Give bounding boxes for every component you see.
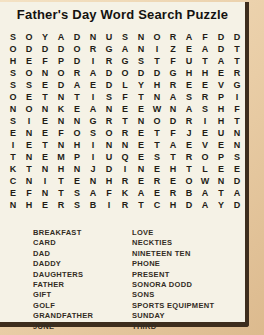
grid-cell-r10c13[interactable]: V xyxy=(197,139,213,151)
grid-cell-r15c5[interactable]: S xyxy=(69,199,85,211)
grid-cell-r10c6[interactable]: I xyxy=(85,139,101,151)
grid-cell-r14c11[interactable]: R xyxy=(165,187,181,199)
grid-cell-r5c12[interactable]: E xyxy=(181,79,197,91)
grid-cell-r7c9[interactable]: E xyxy=(133,103,149,115)
grid-cell-r8c15[interactable]: T xyxy=(229,115,245,127)
grid-cell-r13c6[interactable]: N xyxy=(85,175,101,187)
word-list-item: GRANDFATHER xyxy=(33,311,93,321)
grid-cell-r8c11[interactable]: D xyxy=(165,115,181,127)
grid-cell-r7c5[interactable]: E xyxy=(69,103,85,115)
grid-cell-r7c3[interactable]: N xyxy=(37,103,53,115)
grid-cell-r5c14[interactable]: V xyxy=(213,79,229,91)
grid-cell-r1c3[interactable]: Y xyxy=(37,31,53,43)
grid-cell-r12c14[interactable]: E xyxy=(213,163,229,175)
grid-cell-r14c7[interactable]: F xyxy=(101,187,117,199)
grid-cell-r4c2[interactable]: O xyxy=(21,67,37,79)
grid-cell-r12c12[interactable]: T xyxy=(181,163,197,175)
grid-cell-r11c6[interactable]: I xyxy=(85,151,101,163)
grid-cell-r13c4[interactable]: T xyxy=(53,175,69,187)
grid-cell-r2c5[interactable]: O xyxy=(69,43,85,55)
grid-cell-r1c10[interactable]: O xyxy=(149,31,165,43)
word-list-item: SONS xyxy=(132,290,214,300)
grid-cell-r13c5[interactable]: E xyxy=(69,175,85,187)
grid-cell-r15c14[interactable]: Y xyxy=(213,199,229,211)
grid-cell-r4c11[interactable]: G xyxy=(165,67,181,79)
grid-cell-r12c8[interactable]: I xyxy=(117,163,133,175)
grid-cell-r11c11[interactable]: T xyxy=(165,151,181,163)
grid-cell-r6c14[interactable]: P xyxy=(213,91,229,103)
grid-cell-r14c4[interactable]: T xyxy=(53,187,69,199)
word-list-item: SONORA DODD xyxy=(132,280,214,290)
grid-cell-r12c11[interactable]: H xyxy=(165,163,181,175)
grid-cell-r13c10[interactable]: R xyxy=(149,175,165,187)
grid-cell-r8c3[interactable]: E xyxy=(37,115,53,127)
grid-cell-r14c5[interactable]: S xyxy=(69,187,85,199)
grid-cell-r10c8[interactable]: N xyxy=(117,139,133,151)
word-list-item: DAD xyxy=(33,249,93,259)
grid-cell-r4c8[interactable]: O xyxy=(117,67,133,79)
grid-cell-r5c1[interactable]: S xyxy=(5,79,21,91)
grid-cell-r5c10[interactable]: H xyxy=(149,79,165,91)
grid-cell-r4c4[interactable]: O xyxy=(53,67,69,79)
grid-cell-r4c1[interactable]: S xyxy=(5,67,21,79)
grid-cell-r1c9[interactable]: N xyxy=(133,31,149,43)
grid-cell-r2c4[interactable]: D xyxy=(53,43,69,55)
grid-cell-r4c14[interactable]: E xyxy=(213,67,229,79)
grid-cell-r7c12[interactable]: A xyxy=(181,103,197,115)
photo-frame: Father's Day Word Search Puzzle SOYADNUS… xyxy=(0,0,264,335)
grid-cell-r9c1[interactable]: E xyxy=(5,127,21,139)
grid-cell-r6c6[interactable]: I xyxy=(85,91,101,103)
grid-cell-r9c5[interactable]: O xyxy=(69,127,85,139)
grid-cell-r6c9[interactable]: T xyxy=(133,91,149,103)
grid-cell-r3c15[interactable]: T xyxy=(229,55,245,67)
grid-cell-r7c15[interactable]: F xyxy=(229,103,245,115)
grid-cell-r12c3[interactable]: N xyxy=(37,163,53,175)
grid-cell-r9c11[interactable]: F xyxy=(165,127,181,139)
grid-cell-r14c9[interactable]: A xyxy=(133,187,149,199)
grid-cell-r4c12[interactable]: H xyxy=(181,67,197,79)
grid-cell-r1c8[interactable]: S xyxy=(117,31,133,43)
grid-cell-r15c9[interactable]: T xyxy=(133,199,149,211)
grid-cell-r11c14[interactable]: P xyxy=(213,151,229,163)
grid-cell-r9c10[interactable]: T xyxy=(149,127,165,139)
grid-cell-r4c7[interactable]: D xyxy=(101,67,117,79)
grid-cell-r11c1[interactable]: T xyxy=(5,151,21,163)
word-list-item: DAUGHTERS xyxy=(33,270,93,280)
grid-cell-r13c7[interactable]: H xyxy=(101,175,117,187)
grid-cell-r11c7[interactable]: U xyxy=(101,151,117,163)
grid-cell-r5c8[interactable]: L xyxy=(117,79,133,91)
grid-cell-r7c13[interactable]: S xyxy=(197,103,213,115)
grid-cell-r14c3[interactable]: N xyxy=(37,187,53,199)
grid-cell-r14c1[interactable]: E xyxy=(5,187,21,199)
grid-cell-r11c4[interactable]: M xyxy=(53,151,69,163)
grid-cell-r3c4[interactable]: P xyxy=(53,55,69,67)
grid-cell-r4c5[interactable]: R xyxy=(69,67,85,79)
word-list-item: PRESENT xyxy=(132,270,214,280)
grid-cell-r2c12[interactable]: E xyxy=(181,43,197,55)
grid-cell-r12c7[interactable]: D xyxy=(101,163,117,175)
grid-cell-r7c8[interactable]: E xyxy=(117,103,133,115)
grid-cell-r10c15[interactable]: N xyxy=(229,139,245,151)
grid-cell-r2c11[interactable]: Z xyxy=(165,43,181,55)
grid-cell-r15c8[interactable]: R xyxy=(117,199,133,211)
grid-cell-r14c10[interactable]: E xyxy=(149,187,165,199)
word-list-column-2: LOVENECKTIESNINETEEN TENPHONEPRESENTSONO… xyxy=(132,228,214,332)
grid-cell-r11c15[interactable]: S xyxy=(229,151,245,163)
grid-cell-r9c2[interactable]: N xyxy=(21,127,37,139)
grid-cell-r12c1[interactable]: K xyxy=(5,163,21,175)
grid-cell-r2c1[interactable]: O xyxy=(5,43,21,55)
grid-cell-r7c11[interactable]: N xyxy=(165,103,181,115)
grid-cell-r3c12[interactable]: U xyxy=(181,55,197,67)
grid-cell-r13c14[interactable]: N xyxy=(213,175,229,187)
grid-cell-r12c13[interactable]: L xyxy=(197,163,213,175)
word-list-item: SUNDAY xyxy=(132,311,214,321)
grid-cell-r6c4[interactable]: N xyxy=(53,91,69,103)
grid-cell-r2c8[interactable]: A xyxy=(117,43,133,55)
grid-cell-r6c7[interactable]: S xyxy=(101,91,117,103)
grid-cell-r11c3[interactable]: E xyxy=(37,151,53,163)
grid-cell-r9c3[interactable]: E xyxy=(37,127,53,139)
grid-cell-r1c7[interactable]: U xyxy=(101,31,117,43)
grid-cell-r4c3[interactable]: N xyxy=(37,67,53,79)
grid-cell-r14c8[interactable]: K xyxy=(117,187,133,199)
grid-cell-r11c9[interactable]: E xyxy=(133,151,149,163)
word-list-item: JUNE xyxy=(33,322,93,332)
grid-cell-r5c13[interactable]: E xyxy=(197,79,213,91)
grid-cell-r11c13[interactable]: O xyxy=(197,151,213,163)
grid-cell-r14c15[interactable]: A xyxy=(229,187,245,199)
grid-cell-r8c10[interactable]: O xyxy=(149,115,165,127)
grid-cell-r8c1[interactable]: S xyxy=(5,115,21,127)
grid-cell-r7c10[interactable]: W xyxy=(149,103,165,115)
grid-cell-r6c5[interactable]: T xyxy=(69,91,85,103)
grid-cell-r11c12[interactable]: R xyxy=(181,151,197,163)
grid-cell-r3c3[interactable]: F xyxy=(37,55,53,67)
grid-cell-r7c7[interactable]: N xyxy=(101,103,117,115)
grid-cell-r15c7[interactable]: I xyxy=(101,199,117,211)
grid-cell-r12c2[interactable]: T xyxy=(21,163,37,175)
grid-cell-r6c1[interactable]: O xyxy=(5,91,21,103)
grid-cell-r12c5[interactable]: N xyxy=(69,163,85,175)
grid-cell-r12c9[interactable]: N xyxy=(133,163,149,175)
grid-cell-r8c5[interactable]: N xyxy=(69,115,85,127)
grid-cell-r3c2[interactable]: E xyxy=(21,55,37,67)
grid-cell-r2c14[interactable]: D xyxy=(213,43,229,55)
grid-cell-r15c10[interactable]: C xyxy=(149,199,165,211)
word-list-item: FATHER xyxy=(33,280,93,290)
grid-cell-r1c2[interactable]: O xyxy=(21,31,37,43)
grid-cell-r9c13[interactable]: E xyxy=(197,127,213,139)
grid-cell-r6c12[interactable]: S xyxy=(181,91,197,103)
grid-cell-r10c12[interactable]: E xyxy=(181,139,197,151)
word-list: BREAKFASTCARDDADDADDYDAUGHTERSFATHERGIFT… xyxy=(0,228,245,322)
word-list-column-1: BREAKFASTCARDDADDADDYDAUGHTERSFATHERGIFT… xyxy=(33,228,93,332)
grid-cell-r9c9[interactable]: E xyxy=(133,127,149,139)
grid-cell-r8c9[interactable]: N xyxy=(133,115,149,127)
grid-cell-r9c14[interactable]: U xyxy=(213,127,229,139)
grid-cell-r1c4[interactable]: A xyxy=(53,31,69,43)
grid-cell-r6c13[interactable]: R xyxy=(197,91,213,103)
grid-cell-r3c7[interactable]: R xyxy=(101,55,117,67)
grid-cell-r2c9[interactable]: N xyxy=(133,43,149,55)
grid-cell-r5c15[interactable]: G xyxy=(229,79,245,91)
grid-cell-r14c14[interactable]: T xyxy=(213,187,229,199)
grid-cell-r8c12[interactable]: R xyxy=(181,115,197,127)
grid-cell-r13c8[interactable]: R xyxy=(117,175,133,187)
grid-cell-r5c3[interactable]: E xyxy=(37,79,53,91)
grid-cell-r8c2[interactable]: I xyxy=(21,115,37,127)
grid-cell-r11c5[interactable]: P xyxy=(69,151,85,163)
grid-cell-r13c11[interactable]: E xyxy=(165,175,181,187)
grid-cell-r3c1[interactable]: H xyxy=(5,55,21,67)
grid-cell-r4c15[interactable]: R xyxy=(229,67,245,79)
grid-cell-r2c3[interactable]: D xyxy=(37,43,53,55)
grid-cell-r14c2[interactable]: F xyxy=(21,187,37,199)
grid-cell-r2c6[interactable]: R xyxy=(85,43,101,55)
grid-cell-r9c7[interactable]: O xyxy=(101,127,117,139)
grid-cell-r15c15[interactable]: D xyxy=(229,199,245,211)
grid-cell-r12c6[interactable]: J xyxy=(85,163,101,175)
grid-cell-r1c15[interactable]: D xyxy=(229,31,245,43)
grid-cell-r14c6[interactable]: A xyxy=(85,187,101,199)
grid-cell-r5c2[interactable]: S xyxy=(21,79,37,91)
grid-cell-r3c10[interactable]: T xyxy=(149,55,165,67)
grid-cell-r9c4[interactable]: F xyxy=(53,127,69,139)
grid-cell-r3c9[interactable]: S xyxy=(133,55,149,67)
grid-cell-r8c6[interactable]: G xyxy=(85,115,101,127)
grid-cell-r15c3[interactable]: E xyxy=(37,199,53,211)
grid-cell-r3c8[interactable]: G xyxy=(117,55,133,67)
grid-cell-r13c12[interactable]: O xyxy=(181,175,197,187)
grid-cell-r7c4[interactable]: K xyxy=(53,103,69,115)
grid-cell-r12c4[interactable]: H xyxy=(53,163,69,175)
grid-cell-r10c3[interactable]: T xyxy=(37,139,53,151)
grid-cell-r1c11[interactable]: R xyxy=(165,31,181,43)
grid-cell-r5c5[interactable]: A xyxy=(69,79,85,91)
grid-cell-r6c10[interactable]: N xyxy=(149,91,165,103)
grid-cell-r3c5[interactable]: D xyxy=(69,55,85,67)
word-list-item: NINETEEN TEN xyxy=(132,249,214,259)
word-list-item: NECKTIES xyxy=(132,238,214,248)
word-list-item: SPORTS EQUIPMENT xyxy=(132,301,214,311)
grid-cell-r13c1[interactable]: C xyxy=(5,175,21,187)
grid-cell-r6c15[interactable]: I xyxy=(229,91,245,103)
grid-cell-r15c13[interactable]: A xyxy=(197,199,213,211)
grid-cell-r4c13[interactable]: H xyxy=(197,67,213,79)
grid-cell-r2c10[interactable]: I xyxy=(149,43,165,55)
grid-cell-r8c8[interactable]: T xyxy=(117,115,133,127)
word-list-item: LOVE xyxy=(132,228,214,238)
grid-cell-r7c14[interactable]: H xyxy=(213,103,229,115)
grid-cell-r13c9[interactable]: E xyxy=(133,175,149,187)
grid-cell-r1c14[interactable]: D xyxy=(213,31,229,43)
grid-cell-r12c10[interactable]: E xyxy=(149,163,165,175)
grid-cell-r2c13[interactable]: A xyxy=(197,43,213,55)
word-list-item: DADDY xyxy=(33,259,93,269)
grid-cell-r10c1[interactable]: I xyxy=(5,139,21,151)
grid-cell-r3c11[interactable]: F xyxy=(165,55,181,67)
grid-cell-r5c7[interactable]: D xyxy=(101,79,117,91)
grid-cell-r6c3[interactable]: T xyxy=(37,91,53,103)
grid-cell-r12c15[interactable]: E xyxy=(229,163,245,175)
grid-cell-r10c11[interactable]: A xyxy=(165,139,181,151)
puzzle-card: Father's Day Word Search Puzzle SOYADNUS… xyxy=(0,2,249,327)
word-list-item: THIRD xyxy=(132,322,214,332)
grid-cell-r2c2[interactable]: D xyxy=(21,43,37,55)
grid-cell-r8c7[interactable]: R xyxy=(101,115,117,127)
grid-cell-r10c5[interactable]: H xyxy=(69,139,85,151)
grid-cell-r4c6[interactable]: A xyxy=(85,67,101,79)
grid-cell-r13c3[interactable]: I xyxy=(37,175,53,187)
word-list-item: BREAKFAST xyxy=(33,228,93,238)
grid-cell-r1c6[interactable]: N xyxy=(85,31,101,43)
grid-cell-r3c6[interactable]: I xyxy=(85,55,101,67)
word-list-item: PHONE xyxy=(132,259,214,269)
grid-cell-r10c7[interactable]: N xyxy=(101,139,117,151)
grid-cell-r2c15[interactable]: T xyxy=(229,43,245,55)
grid-cell-r9c8[interactable]: R xyxy=(117,127,133,139)
grid-cell-r1c5[interactable]: D xyxy=(69,31,85,43)
grid-cell-r7c2[interactable]: O xyxy=(21,103,37,115)
grid-cell-r8c4[interactable]: N xyxy=(53,115,69,127)
grid-cell-r6c8[interactable]: F xyxy=(117,91,133,103)
grid-cell-r11c10[interactable]: S xyxy=(149,151,165,163)
word-search-grid: SOYADNUSNORAFDDODDDORGANIZEADTHEFPDIRGST… xyxy=(5,31,245,211)
grid-cell-r13c2[interactable]: N xyxy=(21,175,37,187)
grid-cell-r13c15[interactable]: D xyxy=(229,175,245,187)
grid-cell-r9c12[interactable]: J xyxy=(181,127,197,139)
grid-cell-r4c10[interactable]: D xyxy=(149,67,165,79)
grid-cell-r15c12[interactable]: D xyxy=(181,199,197,211)
grid-cell-r10c9[interactable]: E xyxy=(133,139,149,151)
grid-cell-r10c4[interactable]: N xyxy=(53,139,69,151)
word-list-item: GOLF xyxy=(33,301,93,311)
grid-cell-r5c6[interactable]: E xyxy=(85,79,101,91)
grid-cell-r1c13[interactable]: F xyxy=(197,31,213,43)
grid-cell-r5c11[interactable]: R xyxy=(165,79,181,91)
puzzle-title: Father's Day Word Search Puzzle xyxy=(0,7,245,22)
grid-cell-r1c1[interactable]: S xyxy=(5,31,21,43)
grid-cell-r7c6[interactable]: A xyxy=(85,103,101,115)
grid-cell-r6c2[interactable]: E xyxy=(21,91,37,103)
grid-cell-r6c11[interactable]: A xyxy=(165,91,181,103)
grid-cell-r11c2[interactable]: N xyxy=(21,151,37,163)
grid-cell-r10c2[interactable]: E xyxy=(21,139,37,151)
grid-cell-r10c10[interactable]: T xyxy=(149,139,165,151)
grid-cell-r3c14[interactable]: A xyxy=(213,55,229,67)
grid-cell-r14c12[interactable]: B xyxy=(181,187,197,199)
grid-cell-r15c1[interactable]: N xyxy=(5,199,21,211)
grid-cell-r9c15[interactable]: N xyxy=(229,127,245,139)
grid-cell-r1c12[interactable]: A xyxy=(181,31,197,43)
grid-cell-r15c4[interactable]: R xyxy=(53,199,69,211)
grid-cell-r15c2[interactable]: H xyxy=(21,199,37,211)
grid-cell-r11c8[interactable]: Q xyxy=(117,151,133,163)
grid-cell-r7c1[interactable]: N xyxy=(5,103,21,115)
grid-cell-r5c4[interactable]: D xyxy=(53,79,69,91)
word-list-item: CARD xyxy=(33,238,93,248)
grid-cell-r15c6[interactable]: B xyxy=(85,199,101,211)
grid-cell-r13c13[interactable]: W xyxy=(197,175,213,187)
grid-cell-r8c13[interactable]: I xyxy=(197,115,213,127)
grid-cell-r14c13[interactable]: A xyxy=(197,187,213,199)
grid-cell-r8c14[interactable]: H xyxy=(213,115,229,127)
grid-cell-r2c7[interactable]: G xyxy=(101,43,117,55)
grid-cell-r3c13[interactable]: T xyxy=(197,55,213,67)
word-list-item: GIFT xyxy=(33,290,93,300)
grid-cell-r5c9[interactable]: Y xyxy=(133,79,149,91)
grid-cell-r10c14[interactable]: E xyxy=(213,139,229,151)
grid-cell-r4c9[interactable]: D xyxy=(133,67,149,79)
grid-cell-r9c6[interactable]: S xyxy=(85,127,101,139)
grid-cell-r15c11[interactable]: H xyxy=(165,199,181,211)
